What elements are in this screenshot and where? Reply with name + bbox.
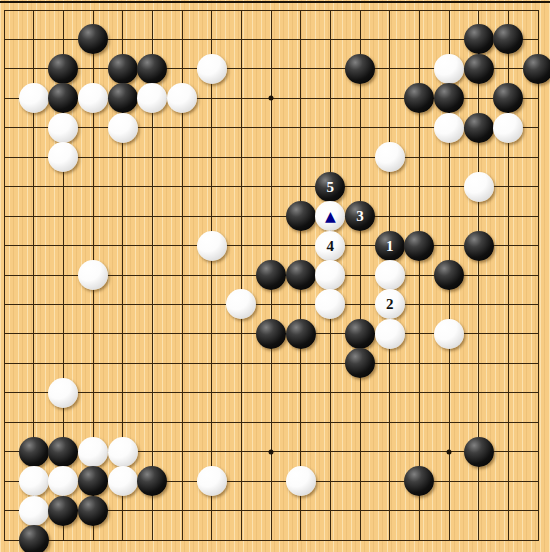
- grid-line-horizontal: [4, 157, 539, 158]
- black-stone: [523, 54, 550, 84]
- black-stone: [108, 83, 138, 113]
- board-top-edge: [0, 1, 550, 3]
- white-stone: [19, 466, 49, 496]
- white-stone: [48, 378, 78, 408]
- grid-line-horizontal: [4, 363, 539, 364]
- white-stone: [197, 231, 227, 261]
- star-point: [447, 449, 452, 454]
- black-stone: [464, 113, 494, 143]
- white-stone: [48, 142, 78, 172]
- grid-line-horizontal: [4, 186, 539, 187]
- black-stone: [78, 24, 108, 54]
- white-stone: [78, 437, 108, 467]
- black-stone: [286, 201, 316, 231]
- black-stone: [78, 466, 108, 496]
- white-stone: [108, 466, 138, 496]
- black-stone: [48, 83, 78, 113]
- white-stone: [375, 289, 405, 319]
- white-stone: [315, 260, 345, 290]
- grid-line-vertical: [241, 10, 242, 541]
- white-stone: [197, 54, 227, 84]
- white-stone: [226, 289, 256, 319]
- black-stone: [345, 319, 375, 349]
- black-stone: [464, 24, 494, 54]
- grid-line-vertical: [538, 10, 539, 541]
- black-stone: [48, 496, 78, 526]
- black-stone: [434, 83, 464, 113]
- white-stone: [375, 319, 405, 349]
- black-stone: [256, 319, 286, 349]
- grid-line-vertical: [211, 10, 212, 541]
- white-stone: [493, 113, 523, 143]
- white-stone: [137, 83, 167, 113]
- black-stone: [404, 466, 434, 496]
- white-stone: [48, 113, 78, 143]
- white-stone: [315, 289, 345, 319]
- black-stone: [137, 54, 167, 84]
- white-stone: [197, 466, 227, 496]
- black-stone: [19, 437, 49, 467]
- go-board[interactable]: 12345▲: [0, 0, 550, 552]
- black-stone: [464, 54, 494, 84]
- black-stone: [345, 201, 375, 231]
- grid-line-horizontal: [4, 540, 539, 541]
- grid-line-horizontal: [4, 304, 539, 305]
- black-stone: [493, 24, 523, 54]
- white-stone: [19, 496, 49, 526]
- white-stone: [434, 54, 464, 84]
- white-stone: [434, 319, 464, 349]
- black-stone: [315, 172, 345, 202]
- black-stone: [137, 466, 167, 496]
- black-stone: [434, 260, 464, 290]
- black-stone: [19, 525, 49, 552]
- black-stone: [464, 231, 494, 261]
- black-stone: [48, 437, 78, 467]
- black-stone: [404, 231, 434, 261]
- black-stone: [345, 348, 375, 378]
- white-stone: [48, 466, 78, 496]
- grid-line-vertical: [4, 10, 5, 541]
- grid-line-horizontal: [4, 392, 539, 393]
- white-stone: [434, 113, 464, 143]
- white-stone: [19, 83, 49, 113]
- black-stone: [78, 496, 108, 526]
- white-stone: [108, 437, 138, 467]
- black-stone: [256, 260, 286, 290]
- black-stone: [286, 319, 316, 349]
- white-stone: [78, 260, 108, 290]
- black-stone: [286, 260, 316, 290]
- white-stone: [78, 83, 108, 113]
- white-stone: [375, 260, 405, 290]
- white-stone: [464, 172, 494, 202]
- grid-line-horizontal: [4, 245, 539, 246]
- grid-line-vertical: [360, 10, 361, 541]
- black-stone: [48, 54, 78, 84]
- grid-line-horizontal: [4, 422, 539, 423]
- black-stone: [108, 54, 138, 84]
- star-point: [269, 96, 274, 101]
- star-point: [269, 449, 274, 454]
- black-stone: [345, 54, 375, 84]
- black-stone: [404, 83, 434, 113]
- white-stone: [286, 466, 316, 496]
- black-stone: [464, 437, 494, 467]
- white-stone: [315, 231, 345, 261]
- white-stone: [315, 201, 345, 231]
- black-stone: [375, 231, 405, 261]
- white-stone: [167, 83, 197, 113]
- grid-line-horizontal: [4, 10, 539, 11]
- black-stone: [493, 83, 523, 113]
- white-stone: [375, 142, 405, 172]
- grid-line-horizontal: [4, 216, 539, 217]
- white-stone: [108, 113, 138, 143]
